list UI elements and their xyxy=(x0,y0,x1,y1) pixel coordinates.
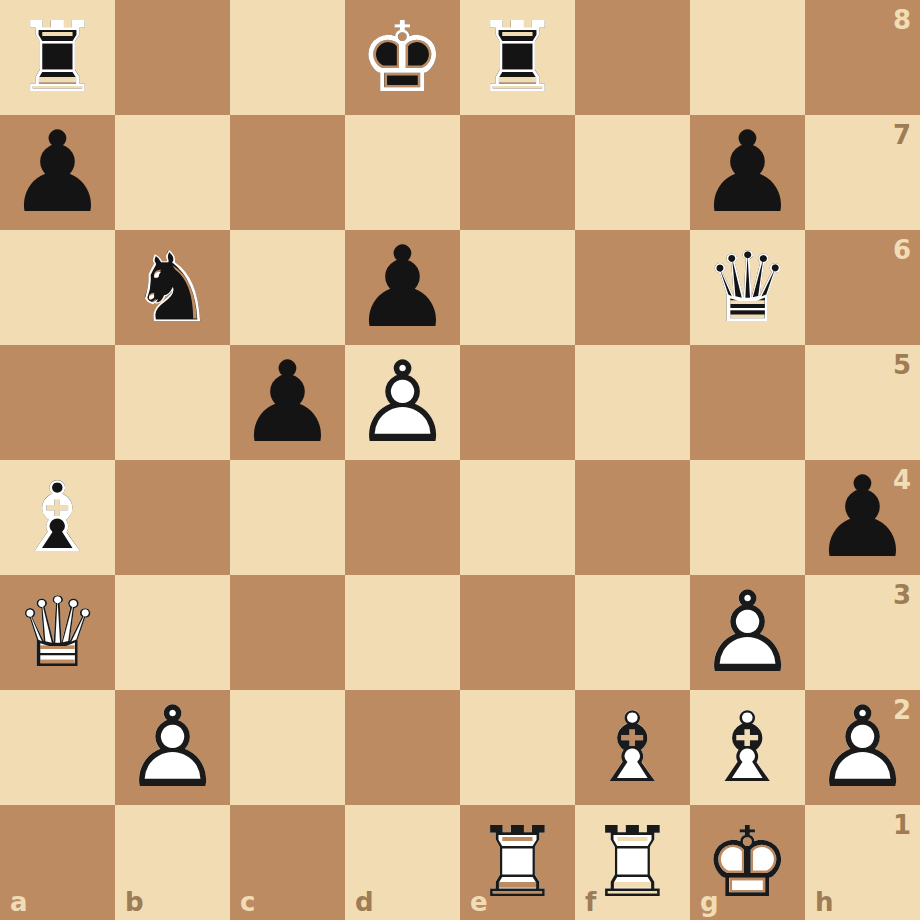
piece-white-rook[interactable]: ♜♖ xyxy=(575,805,690,920)
square-e1[interactable]: e♜♖ xyxy=(460,805,575,920)
black-queen-outline-icon: ♕ xyxy=(690,230,805,345)
square-f7[interactable] xyxy=(575,115,690,230)
square-h7[interactable]: 7 xyxy=(805,115,920,230)
square-b7[interactable] xyxy=(115,115,230,230)
square-c8[interactable] xyxy=(230,0,345,115)
piece-black-pawn[interactable]: ♟♙ xyxy=(805,460,920,575)
file-label-b: b xyxy=(125,889,144,915)
piece-black-knight[interactable]: ♞♘ xyxy=(115,230,230,345)
black-pawn-icon: ♟ xyxy=(805,460,920,575)
white-bishop-outline-icon: ♗ xyxy=(575,690,690,805)
square-c1[interactable]: c xyxy=(230,805,345,920)
square-d3[interactable] xyxy=(345,575,460,690)
black-king-outline-icon: ♔ xyxy=(345,0,460,115)
square-f5[interactable] xyxy=(575,345,690,460)
square-a7[interactable]: ♟♙ xyxy=(0,115,115,230)
square-h8[interactable]: 8 xyxy=(805,0,920,115)
black-knight-outline-icon: ♘ xyxy=(115,230,230,345)
square-b8[interactable] xyxy=(115,0,230,115)
black-pawn-icon: ♟ xyxy=(0,115,115,230)
square-e2[interactable] xyxy=(460,690,575,805)
white-pawn-outline-icon: ♙ xyxy=(690,575,805,690)
file-label-h: h xyxy=(815,889,834,915)
piece-black-rook[interactable]: ♜♖ xyxy=(460,0,575,115)
white-queen-outline-icon: ♕ xyxy=(0,575,115,690)
square-a1[interactable]: a xyxy=(0,805,115,920)
black-bishop-outline-icon: ♗ xyxy=(0,460,115,575)
rank-label-7: 7 xyxy=(893,122,911,148)
square-h1[interactable]: h1 xyxy=(805,805,920,920)
square-b6[interactable]: ♞♘ xyxy=(115,230,230,345)
piece-black-pawn[interactable]: ♟♙ xyxy=(345,230,460,345)
square-d4[interactable] xyxy=(345,460,460,575)
square-a4[interactable]: ♝♗ xyxy=(0,460,115,575)
square-b4[interactable] xyxy=(115,460,230,575)
square-g3[interactable]: ♟♙ xyxy=(690,575,805,690)
square-h2[interactable]: 2♟♙ xyxy=(805,690,920,805)
square-g2[interactable]: ♝♗ xyxy=(690,690,805,805)
square-a3[interactable]: ♛♕ xyxy=(0,575,115,690)
chess-board: ♜♖♚♔♜♖8♟♙♟♙7♞♘♟♙♛♕6♟♙♟♙5♝♗4♟♙♛♕♟♙3♟♙♝♗♝♗… xyxy=(0,0,920,920)
square-a2[interactable] xyxy=(0,690,115,805)
piece-black-pawn[interactable]: ♟♙ xyxy=(230,345,345,460)
piece-white-bishop[interactable]: ♝♗ xyxy=(575,690,690,805)
square-f3[interactable] xyxy=(575,575,690,690)
square-c5[interactable]: ♟♙ xyxy=(230,345,345,460)
piece-black-king[interactable]: ♚♔ xyxy=(345,0,460,115)
square-g5[interactable] xyxy=(690,345,805,460)
rank-label-1: 1 xyxy=(893,812,911,838)
square-b1[interactable]: b xyxy=(115,805,230,920)
rank-label-3: 3 xyxy=(893,582,911,608)
square-e5[interactable] xyxy=(460,345,575,460)
square-b2[interactable]: ♟♙ xyxy=(115,690,230,805)
square-c2[interactable] xyxy=(230,690,345,805)
piece-black-bishop[interactable]: ♝♗ xyxy=(0,460,115,575)
piece-black-queen[interactable]: ♛♕ xyxy=(690,230,805,345)
piece-white-pawn[interactable]: ♟♙ xyxy=(345,345,460,460)
file-label-a: a xyxy=(10,889,28,915)
white-pawn-outline-icon: ♙ xyxy=(345,345,460,460)
rank-label-6: 6 xyxy=(893,237,911,263)
piece-white-king[interactable]: ♚♔ xyxy=(690,805,805,920)
square-e3[interactable] xyxy=(460,575,575,690)
piece-white-pawn[interactable]: ♟♙ xyxy=(690,575,805,690)
piece-white-pawn[interactable]: ♟♙ xyxy=(115,690,230,805)
square-c3[interactable] xyxy=(230,575,345,690)
square-e6[interactable] xyxy=(460,230,575,345)
piece-white-rook[interactable]: ♜♖ xyxy=(460,805,575,920)
square-h6[interactable]: 6 xyxy=(805,230,920,345)
file-label-d: d xyxy=(355,889,374,915)
black-rook-outline-icon: ♖ xyxy=(0,0,115,115)
piece-black-rook[interactable]: ♜♖ xyxy=(0,0,115,115)
square-g8[interactable] xyxy=(690,0,805,115)
black-rook-outline-icon: ♖ xyxy=(460,0,575,115)
square-f2[interactable]: ♝♗ xyxy=(575,690,690,805)
square-b5[interactable] xyxy=(115,345,230,460)
square-h5[interactable]: 5 xyxy=(805,345,920,460)
square-d6[interactable]: ♟♙ xyxy=(345,230,460,345)
square-g1[interactable]: g♚♔ xyxy=(690,805,805,920)
square-e8[interactable]: ♜♖ xyxy=(460,0,575,115)
piece-white-queen[interactable]: ♛♕ xyxy=(0,575,115,690)
white-rook-outline-icon: ♖ xyxy=(460,805,575,920)
black-pawn-icon: ♟ xyxy=(345,230,460,345)
square-f6[interactable] xyxy=(575,230,690,345)
square-d5[interactable]: ♟♙ xyxy=(345,345,460,460)
white-bishop-outline-icon: ♗ xyxy=(690,690,805,805)
square-d2[interactable] xyxy=(345,690,460,805)
square-a5[interactable] xyxy=(0,345,115,460)
square-a8[interactable]: ♜♖ xyxy=(0,0,115,115)
file-label-c: c xyxy=(240,889,255,915)
square-f8[interactable] xyxy=(575,0,690,115)
square-c7[interactable] xyxy=(230,115,345,230)
square-b3[interactable] xyxy=(115,575,230,690)
square-f1[interactable]: f♜♖ xyxy=(575,805,690,920)
piece-black-pawn[interactable]: ♟♙ xyxy=(0,115,115,230)
piece-white-pawn[interactable]: ♟♙ xyxy=(805,690,920,805)
square-d8[interactable]: ♚♔ xyxy=(345,0,460,115)
square-f4[interactable] xyxy=(575,460,690,575)
square-h4[interactable]: 4♟♙ xyxy=(805,460,920,575)
square-h3[interactable]: 3 xyxy=(805,575,920,690)
piece-black-pawn[interactable]: ♟♙ xyxy=(690,115,805,230)
square-c4[interactable] xyxy=(230,460,345,575)
piece-white-bishop[interactable]: ♝♗ xyxy=(690,690,805,805)
square-g7[interactable]: ♟♙ xyxy=(690,115,805,230)
square-e7[interactable] xyxy=(460,115,575,230)
square-a6[interactable] xyxy=(0,230,115,345)
square-d1[interactable]: d xyxy=(345,805,460,920)
white-rook-outline-icon: ♖ xyxy=(575,805,690,920)
white-pawn-outline-icon: ♙ xyxy=(805,690,920,805)
black-pawn-icon: ♟ xyxy=(230,345,345,460)
square-g4[interactable] xyxy=(690,460,805,575)
white-king-outline-icon: ♔ xyxy=(690,805,805,920)
rank-label-5: 5 xyxy=(893,352,911,378)
white-pawn-outline-icon: ♙ xyxy=(115,690,230,805)
square-d7[interactable] xyxy=(345,115,460,230)
black-pawn-icon: ♟ xyxy=(690,115,805,230)
square-c6[interactable] xyxy=(230,230,345,345)
square-e4[interactable] xyxy=(460,460,575,575)
rank-label-8: 8 xyxy=(893,7,911,33)
square-g6[interactable]: ♛♕ xyxy=(690,230,805,345)
